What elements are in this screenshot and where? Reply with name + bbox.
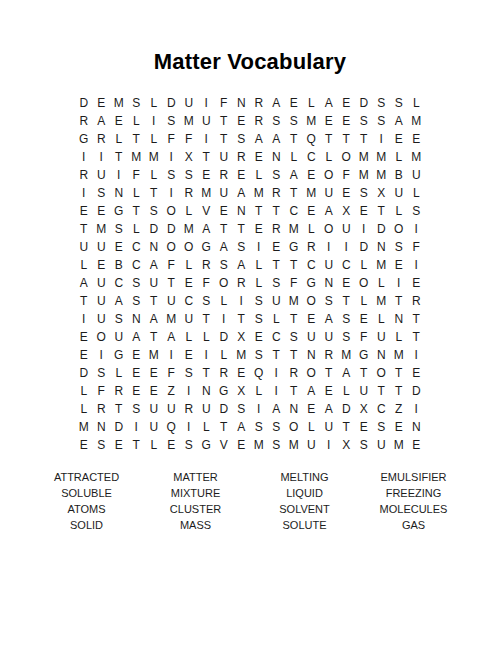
grid-cell-r16c5: E bbox=[145, 364, 163, 382]
grid-cell-r2c18: S bbox=[373, 112, 391, 130]
grid-cell-r2c10: E bbox=[233, 112, 251, 130]
grid-cell-r7c17: E bbox=[355, 202, 373, 220]
word-search-worksheet: Matter Vocabulary DEMSLDUIFNRAELAEDSSLRA… bbox=[0, 0, 500, 647]
grid-cell-r18c18: C bbox=[373, 400, 391, 418]
grid-cell-r17c8: N bbox=[198, 382, 216, 400]
grid-cell-r3c5: L bbox=[145, 130, 163, 148]
grid-cell-r19c9: T bbox=[215, 418, 233, 436]
grid-cell-r8c19: O bbox=[390, 220, 408, 238]
grid-cell-r18c6: U bbox=[163, 400, 181, 418]
grid-cell-r15c6: I bbox=[163, 346, 181, 364]
word-mass: MASS bbox=[144, 517, 247, 533]
grid-cell-r6c12: R bbox=[268, 184, 286, 202]
grid-cell-r8c9: T bbox=[215, 220, 233, 238]
grid-cell-r1c8: I bbox=[198, 94, 216, 112]
word-solid: SOLID bbox=[35, 517, 138, 533]
grid-cell-r17c10: X bbox=[233, 382, 251, 400]
grid-cell-r3c2: R bbox=[93, 130, 111, 148]
grid-cell-r17c3: R bbox=[110, 382, 128, 400]
grid-cell-r20c17: S bbox=[355, 436, 373, 454]
grid-cell-r14c11: E bbox=[250, 328, 268, 346]
grid-cell-r4c14: C bbox=[303, 148, 321, 166]
grid-cell-r14c15: U bbox=[320, 328, 338, 346]
grid-cell-r7c4: T bbox=[128, 202, 146, 220]
grid-cell-r10c14: C bbox=[303, 256, 321, 274]
grid-cell-r5c2: U bbox=[93, 166, 111, 184]
grid-cell-r8c17: I bbox=[355, 220, 373, 238]
grid-cell-r1c10: N bbox=[233, 94, 251, 112]
grid-cell-r2c2: A bbox=[93, 112, 111, 130]
word-matter: MATTER bbox=[144, 469, 247, 485]
grid-cell-r5c13: A bbox=[285, 166, 303, 184]
grid-cell-r7c14: E bbox=[303, 202, 321, 220]
grid-cell-r14c9: D bbox=[215, 328, 233, 346]
grid-cell-r2c16: E bbox=[338, 112, 356, 130]
grid-cell-r9c2: U bbox=[93, 238, 111, 256]
grid-cell-r5c9: R bbox=[215, 166, 233, 184]
grid-cell-r10c1: L bbox=[75, 256, 93, 274]
grid-cell-r12c13: M bbox=[285, 292, 303, 310]
grid-cell-r18c2: R bbox=[93, 400, 111, 418]
grid-cell-r11c18: L bbox=[373, 274, 391, 292]
grid-cell-r14c10: X bbox=[233, 328, 251, 346]
grid-cell-r3c19: E bbox=[390, 130, 408, 148]
grid-cell-r20c14: U bbox=[303, 436, 321, 454]
grid-cell-r1c20: L bbox=[408, 94, 426, 112]
grid-cell-r16c2: S bbox=[93, 364, 111, 382]
grid-cell-r12c8: S bbox=[198, 292, 216, 310]
grid-cell-r4c6: I bbox=[163, 148, 181, 166]
grid-cell-r15c18: N bbox=[373, 346, 391, 364]
grid-cell-r6c20: L bbox=[408, 184, 426, 202]
word-atoms: ATOMS bbox=[35, 501, 138, 517]
grid-cell-r16c3: L bbox=[110, 364, 128, 382]
grid-cell-r17c18: T bbox=[373, 382, 391, 400]
grid-cell-r1c6: D bbox=[163, 94, 181, 112]
grid-cell-r10c12: T bbox=[268, 256, 286, 274]
grid-cell-r13c3: S bbox=[110, 310, 128, 328]
grid-cell-r12c7: C bbox=[180, 292, 198, 310]
grid-cell-r15c20: I bbox=[408, 346, 426, 364]
grid-cell-r8c5: D bbox=[145, 220, 163, 238]
grid-cell-r1c14: L bbox=[303, 94, 321, 112]
grid-cell-r4c13: L bbox=[285, 148, 303, 166]
grid-cell-r4c8: T bbox=[198, 148, 216, 166]
grid-cell-r5c18: M bbox=[373, 166, 391, 184]
grid-cell-r16c13: R bbox=[285, 364, 303, 382]
grid-cell-r11c20: E bbox=[408, 274, 426, 292]
grid-cell-r13c15: A bbox=[320, 310, 338, 328]
grid-cell-r2c9: T bbox=[215, 112, 233, 130]
grid-cell-r8c13: M bbox=[285, 220, 303, 238]
grid-cell-r14c5: T bbox=[145, 328, 163, 346]
grid-cell-r11c3: C bbox=[110, 274, 128, 292]
grid-cell-r10c20: I bbox=[408, 256, 426, 274]
grid-cell-r9c3: E bbox=[110, 238, 128, 256]
grid-cell-r4c10: R bbox=[233, 148, 251, 166]
grid-cell-r6c15: U bbox=[320, 184, 338, 202]
grid-cell-r4c17: M bbox=[355, 148, 373, 166]
grid-cell-r17c1: L bbox=[75, 382, 93, 400]
grid-cell-r4c4: M bbox=[128, 148, 146, 166]
grid-cell-r4c1: I bbox=[75, 148, 93, 166]
grid-cell-r3c16: T bbox=[338, 130, 356, 148]
grid-cell-r5c17: M bbox=[355, 166, 373, 184]
grid-cell-r11c11: L bbox=[250, 274, 268, 292]
grid-cell-r10c15: U bbox=[320, 256, 338, 274]
grid-cell-r17c16: L bbox=[338, 382, 356, 400]
grid-cell-r15c19: M bbox=[390, 346, 408, 364]
grid-cell-r2c17: S bbox=[355, 112, 373, 130]
grid-cell-r8c2: M bbox=[93, 220, 111, 238]
grid-cell-r14c1: E bbox=[75, 328, 93, 346]
grid-cell-r6c11: M bbox=[250, 184, 268, 202]
grid-cell-r12c10: I bbox=[233, 292, 251, 310]
grid-cell-r3c15: T bbox=[320, 130, 338, 148]
grid-cell-r5c11: L bbox=[250, 166, 268, 184]
grid-cell-r7c5: S bbox=[145, 202, 163, 220]
grid-cell-r17c13: T bbox=[285, 382, 303, 400]
grid-cell-r16c17: T bbox=[355, 364, 373, 382]
grid-cell-r2c3: E bbox=[110, 112, 128, 130]
grid-cell-r4c11: E bbox=[250, 148, 268, 166]
grid-cell-r10c17: L bbox=[355, 256, 373, 274]
grid-cell-r11c6: T bbox=[163, 274, 181, 292]
grid-cell-r12c9: L bbox=[215, 292, 233, 310]
grid-cell-r7c13: C bbox=[285, 202, 303, 220]
grid-cell-r7c12: T bbox=[268, 202, 286, 220]
grid-cell-r4c5: M bbox=[145, 148, 163, 166]
grid-cell-r16c9: R bbox=[215, 364, 233, 382]
grid-cell-r6c10: A bbox=[233, 184, 251, 202]
grid-cell-r9c18: N bbox=[373, 238, 391, 256]
grid-cell-r6c9: U bbox=[215, 184, 233, 202]
grid-cell-r12c19: T bbox=[390, 292, 408, 310]
word-molecules: MOLECULES bbox=[362, 501, 465, 517]
grid-cell-r19c5: U bbox=[145, 418, 163, 436]
grid-cell-r17c4: E bbox=[128, 382, 146, 400]
grid-cell-r13c7: U bbox=[180, 310, 198, 328]
grid-cell-r3c3: L bbox=[110, 130, 128, 148]
grid-cell-r11c1: A bbox=[75, 274, 93, 292]
grid-cell-r18c7: R bbox=[180, 400, 198, 418]
grid-cell-r1c7: U bbox=[180, 94, 198, 112]
grid-cell-r5c16: F bbox=[338, 166, 356, 184]
grid-cell-r13c19: N bbox=[390, 310, 408, 328]
grid-cell-r16c11: Q bbox=[250, 364, 268, 382]
grid-cell-r7c9: E bbox=[215, 202, 233, 220]
grid-cell-r13c11: S bbox=[250, 310, 268, 328]
grid-cell-r17c20: D bbox=[408, 382, 426, 400]
grid-cell-r7c1: E bbox=[75, 202, 93, 220]
grid-cell-r14c16: S bbox=[338, 328, 356, 346]
grid-cell-r4c19: L bbox=[390, 148, 408, 166]
grid-cell-r4c3: T bbox=[110, 148, 128, 166]
grid-cell-r14c13: S bbox=[285, 328, 303, 346]
grid-cell-r19c15: U bbox=[320, 418, 338, 436]
grid-cell-r7c8: V bbox=[198, 202, 216, 220]
grid-cell-r19c16: T bbox=[338, 418, 356, 436]
grid-cell-r10c2: E bbox=[93, 256, 111, 274]
grid-cell-r8c16: U bbox=[338, 220, 356, 238]
grid-cell-r16c12: I bbox=[268, 364, 286, 382]
grid-cell-r9c14: R bbox=[303, 238, 321, 256]
grid-cell-r14c19: L bbox=[390, 328, 408, 346]
grid-cell-r3c9: T bbox=[215, 130, 233, 148]
grid-cell-r19c14: L bbox=[303, 418, 321, 436]
grid-cell-r15c8: I bbox=[198, 346, 216, 364]
grid-cell-r20c8: G bbox=[198, 436, 216, 454]
grid-cell-r16c15: T bbox=[320, 364, 338, 382]
grid-cell-r14c12: C bbox=[268, 328, 286, 346]
grid-cell-r10c4: C bbox=[128, 256, 146, 274]
grid-cell-r5c5: L bbox=[145, 166, 163, 184]
grid-cell-r3c10: S bbox=[233, 130, 251, 148]
grid-cell-r13c17: E bbox=[355, 310, 373, 328]
grid-cell-r8c1: T bbox=[75, 220, 93, 238]
grid-cell-r5c12: S bbox=[268, 166, 286, 184]
grid-cell-r8c20: I bbox=[408, 220, 426, 238]
grid-cell-r7c6: O bbox=[163, 202, 181, 220]
grid-cell-r8c12: R bbox=[268, 220, 286, 238]
grid-cell-r13c14: E bbox=[303, 310, 321, 328]
grid-cell-r12c5: T bbox=[145, 292, 163, 310]
grid-cell-r13c12: L bbox=[268, 310, 286, 328]
word-search-grid: DEMSLDUIFNRAELAEDSSLRAELISMUTERSSMEESSAM… bbox=[75, 94, 425, 454]
grid-cell-r20c11: M bbox=[250, 436, 268, 454]
grid-cell-r2c6: S bbox=[163, 112, 181, 130]
grid-cell-r11c15: N bbox=[320, 274, 338, 292]
grid-cell-r8c8: A bbox=[198, 220, 216, 238]
grid-cell-r10c19: E bbox=[390, 256, 408, 274]
grid-cell-r6c4: L bbox=[128, 184, 146, 202]
grid-cell-r6c17: S bbox=[355, 184, 373, 202]
grid-cell-r7c2: E bbox=[93, 202, 111, 220]
grid-cell-r2c5: I bbox=[145, 112, 163, 130]
grid-cell-r20c19: M bbox=[390, 436, 408, 454]
grid-cell-r10c3: B bbox=[110, 256, 128, 274]
grid-cell-r11c19: I bbox=[390, 274, 408, 292]
grid-cell-r11c5: U bbox=[145, 274, 163, 292]
grid-cell-r13c20: T bbox=[408, 310, 426, 328]
grid-cell-r11c10: R bbox=[233, 274, 251, 292]
grid-cell-r15c1: E bbox=[75, 346, 93, 364]
grid-cell-r5c20: U bbox=[408, 166, 426, 184]
grid-cell-r15c16: M bbox=[338, 346, 356, 364]
grid-cell-r15c15: R bbox=[320, 346, 338, 364]
grid-cell-r10c11: L bbox=[250, 256, 268, 274]
grid-cell-r2c14: M bbox=[303, 112, 321, 130]
grid-cell-r14c20: T bbox=[408, 328, 426, 346]
grid-cell-r17c2: F bbox=[93, 382, 111, 400]
grid-cell-r3c13: T bbox=[285, 130, 303, 148]
word-soluble: SOLUBLE bbox=[35, 485, 138, 501]
grid-cell-r5c6: S bbox=[163, 166, 181, 184]
grid-cell-r19c13: O bbox=[285, 418, 303, 436]
grid-cell-r5c14: E bbox=[303, 166, 321, 184]
grid-cell-r18c11: I bbox=[250, 400, 268, 418]
grid-cell-r14c4: A bbox=[128, 328, 146, 346]
grid-cell-r17c9: G bbox=[215, 382, 233, 400]
grid-cell-r6c5: T bbox=[145, 184, 163, 202]
grid-cell-r15c9: L bbox=[215, 346, 233, 364]
grid-cell-r6c13: T bbox=[285, 184, 303, 202]
grid-cell-r1c13: E bbox=[285, 94, 303, 112]
grid-cell-r1c4: S bbox=[128, 94, 146, 112]
grid-cell-r12c1: T bbox=[75, 292, 93, 310]
grid-cell-r17c17: U bbox=[355, 382, 373, 400]
grid-cell-r14c3: U bbox=[110, 328, 128, 346]
word-attracted: ATTRACTED bbox=[35, 469, 138, 485]
grid-cell-r19c3: D bbox=[110, 418, 128, 436]
grid-cell-r3c6: F bbox=[163, 130, 181, 148]
grid-cell-r17c12: I bbox=[268, 382, 286, 400]
grid-cell-r20c3: E bbox=[110, 436, 128, 454]
word-solvent: SOLVENT bbox=[253, 501, 356, 517]
grid-cell-r18c4: S bbox=[128, 400, 146, 418]
grid-cell-r19c10: A bbox=[233, 418, 251, 436]
grid-cell-r7c15: A bbox=[320, 202, 338, 220]
word-melting: MELTING bbox=[253, 469, 356, 485]
grid-cell-r19c1: M bbox=[75, 418, 93, 436]
grid-cell-r20c9: V bbox=[215, 436, 233, 454]
grid-cell-r9c4: C bbox=[128, 238, 146, 256]
grid-cell-r1c18: S bbox=[373, 94, 391, 112]
grid-cell-r12c3: A bbox=[110, 292, 128, 310]
grid-cell-r12c15: S bbox=[320, 292, 338, 310]
grid-cell-r14c18: U bbox=[373, 328, 391, 346]
word-bank-column-2: MATTERMIXTURECLUSTERMASS bbox=[144, 469, 247, 533]
grid-cell-r16c8: T bbox=[198, 364, 216, 382]
grid-cell-r5c1: R bbox=[75, 166, 93, 184]
grid-cell-r4c20: M bbox=[408, 148, 426, 166]
grid-cell-r8c15: O bbox=[320, 220, 338, 238]
grid-cell-r3c11: A bbox=[250, 130, 268, 148]
grid-cell-r18c9: D bbox=[215, 400, 233, 418]
grid-cell-r20c15: I bbox=[320, 436, 338, 454]
grid-cell-r16c1: D bbox=[75, 364, 93, 382]
grid-cell-r2c20: M bbox=[408, 112, 426, 130]
grid-cell-r13c8: T bbox=[198, 310, 216, 328]
grid-cell-r5c8: E bbox=[198, 166, 216, 184]
grid-cell-r1c5: L bbox=[145, 94, 163, 112]
grid-cell-r10c9: S bbox=[215, 256, 233, 274]
grid-cell-r9c7: O bbox=[180, 238, 198, 256]
grid-cell-r14c7: L bbox=[180, 328, 198, 346]
grid-cell-r18c5: U bbox=[145, 400, 163, 418]
grid-cell-r18c13: N bbox=[285, 400, 303, 418]
grid-cell-r4c9: U bbox=[215, 148, 233, 166]
grid-cell-r1c1: D bbox=[75, 94, 93, 112]
grid-cell-r16c7: S bbox=[180, 364, 198, 382]
grid-cell-r18c20: I bbox=[408, 400, 426, 418]
grid-cell-r10c8: R bbox=[198, 256, 216, 274]
grid-cell-r18c10: S bbox=[233, 400, 251, 418]
grid-cell-r11c14: G bbox=[303, 274, 321, 292]
word-freezing: FREEZING bbox=[362, 485, 465, 501]
grid-cell-r4c16: O bbox=[338, 148, 356, 166]
grid-cell-r3c4: T bbox=[128, 130, 146, 148]
grid-cell-r11c7: E bbox=[180, 274, 198, 292]
grid-cell-r7c3: G bbox=[110, 202, 128, 220]
grid-cell-r5c15: O bbox=[320, 166, 338, 184]
grid-cell-r3c17: T bbox=[355, 130, 373, 148]
grid-cell-r18c19: Z bbox=[390, 400, 408, 418]
grid-cell-r3c7: F bbox=[180, 130, 198, 148]
grid-cell-r16c6: F bbox=[163, 364, 181, 382]
grid-cell-r11c2: U bbox=[93, 274, 111, 292]
grid-cell-r13c5: A bbox=[145, 310, 163, 328]
grid-cell-r7c20: S bbox=[408, 202, 426, 220]
grid-cell-r15c17: G bbox=[355, 346, 373, 364]
grid-cell-r1c2: E bbox=[93, 94, 111, 112]
grid-cell-r20c18: U bbox=[373, 436, 391, 454]
grid-cell-r15c11: S bbox=[250, 346, 268, 364]
grid-cell-r19c4: I bbox=[128, 418, 146, 436]
grid-cell-r9c9: A bbox=[215, 238, 233, 256]
grid-cell-r6c14: M bbox=[303, 184, 321, 202]
grid-cell-r6c6: I bbox=[163, 184, 181, 202]
grid-cell-r6c3: N bbox=[110, 184, 128, 202]
grid-cell-r9c6: O bbox=[163, 238, 181, 256]
grid-cell-r3c1: G bbox=[75, 130, 93, 148]
grid-cell-r6c7: R bbox=[180, 184, 198, 202]
grid-cell-r19c11: S bbox=[250, 418, 268, 436]
grid-cell-r12c17: L bbox=[355, 292, 373, 310]
grid-cell-r6c19: U bbox=[390, 184, 408, 202]
grid-cell-r3c20: E bbox=[408, 130, 426, 148]
grid-cell-r13c2: U bbox=[93, 310, 111, 328]
grid-cell-r20c2: S bbox=[93, 436, 111, 454]
grid-cell-r12c11: S bbox=[250, 292, 268, 310]
grid-cell-r18c15: A bbox=[320, 400, 338, 418]
grid-cell-r9c19: S bbox=[390, 238, 408, 256]
word-bank-column-4: EMULSIFIERFREEZINGMOLECULESGAS bbox=[362, 469, 465, 533]
grid-cell-r8c6: D bbox=[163, 220, 181, 238]
grid-cell-r9c15: I bbox=[320, 238, 338, 256]
grid-cell-r12c4: S bbox=[128, 292, 146, 310]
grid-cell-r4c18: M bbox=[373, 148, 391, 166]
word-bank-column-1: ATTRACTEDSOLUBLEATOMSSOLID bbox=[35, 469, 138, 533]
grid-cell-r1c3: M bbox=[110, 94, 128, 112]
word-solute: SOLUTE bbox=[253, 517, 356, 533]
grid-cell-r10c13: T bbox=[285, 256, 303, 274]
grid-cell-r11c13: F bbox=[285, 274, 303, 292]
grid-cell-r15c13: T bbox=[285, 346, 303, 364]
grid-cell-r2c11: R bbox=[250, 112, 268, 130]
grid-cell-r16c20: E bbox=[408, 364, 426, 382]
grid-cell-r6c2: S bbox=[93, 184, 111, 202]
grid-cell-r19c19: E bbox=[390, 418, 408, 436]
word-emulsifier: EMULSIFIER bbox=[362, 469, 465, 485]
grid-cell-r16c14: O bbox=[303, 364, 321, 382]
grid-cell-r9c8: G bbox=[198, 238, 216, 256]
grid-cell-r15c5: M bbox=[145, 346, 163, 364]
grid-cell-r15c10: M bbox=[233, 346, 251, 364]
grid-cell-r18c14: E bbox=[303, 400, 321, 418]
grid-cell-r20c1: E bbox=[75, 436, 93, 454]
grid-cell-r3c14: Q bbox=[303, 130, 321, 148]
grid-cell-r14c2: O bbox=[93, 328, 111, 346]
grid-cell-r1c9: F bbox=[215, 94, 233, 112]
grid-cell-r16c4: E bbox=[128, 364, 146, 382]
grid-cell-r16c19: T bbox=[390, 364, 408, 382]
grid-cell-r5c7: S bbox=[180, 166, 198, 184]
grid-cell-r14c14: U bbox=[303, 328, 321, 346]
grid-cell-r3c8: I bbox=[198, 130, 216, 148]
grid-cell-r15c2: I bbox=[93, 346, 111, 364]
grid-cell-r14c8: L bbox=[198, 328, 216, 346]
